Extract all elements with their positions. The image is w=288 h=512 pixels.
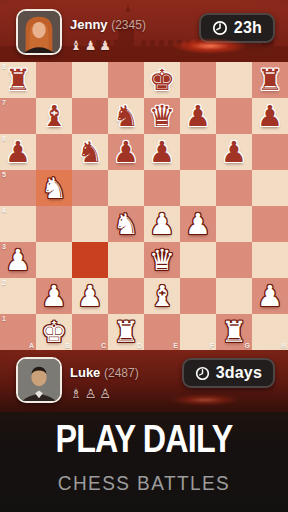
square-e5[interactable] [144, 170, 180, 206]
chess-board: 8♜♚♜7♝♞♛♟♟6♟♞♟♟♟5♞4♞♟♟3♟♛2♟♟♝♟1AB♚CD♜EFG… [0, 62, 288, 350]
bottom-captured-pieces: ♗♙♙ [70, 387, 114, 400]
piece-black-pawn: ♟ [144, 134, 180, 170]
square-a3[interactable]: 3♟ [0, 242, 36, 278]
lens-flare [170, 394, 240, 406]
rank-label-7: 7 [2, 99, 6, 106]
player-name: Jenny [70, 17, 108, 32]
bottom-clock-time: 3days [216, 364, 262, 382]
banner-title: PLAY DAILY [22, 420, 267, 458]
piece-white-king: ♚ [36, 314, 72, 350]
piece-black-pawn: ♟ [0, 134, 36, 170]
top-clock-pill: 23h [199, 13, 275, 43]
piece-black-pawn: ♟ [180, 98, 216, 134]
square-a7[interactable]: 7 [0, 98, 36, 134]
square-e2[interactable]: ♝ [144, 278, 180, 314]
bottom-player-avatar[interactable] [16, 357, 62, 403]
captured-bishop-icon: ♝ [70, 38, 85, 53]
square-g8[interactable] [216, 62, 252, 98]
square-h3[interactable] [252, 242, 288, 278]
captured-bishop-icon: ♗ [70, 386, 85, 401]
bottom-player-name: Luke (2487) [70, 365, 139, 380]
square-e6[interactable]: ♟ [144, 134, 180, 170]
player-name: Luke [70, 365, 100, 380]
file-label-A: A [29, 342, 34, 349]
square-e7[interactable]: ♛ [144, 98, 180, 134]
square-f4[interactable]: ♟ [180, 206, 216, 242]
piece-black-king: ♚ [144, 62, 180, 98]
square-b3[interactable] [36, 242, 72, 278]
piece-black-bishop: ♝ [36, 98, 72, 134]
captured-pawn-icon: ♙ [99, 386, 114, 401]
square-h8[interactable]: ♜ [252, 62, 288, 98]
rank-label-5: 5 [2, 171, 6, 178]
square-a4[interactable]: 4 [0, 206, 36, 242]
piece-black-pawn: ♟ [108, 134, 144, 170]
piece-white-knight: ♞ [36, 170, 72, 206]
square-b4[interactable] [36, 206, 72, 242]
square-h2[interactable]: ♟ [252, 278, 288, 314]
piece-white-bishop: ♝ [144, 278, 180, 314]
piece-white-pawn: ♟ [72, 278, 108, 314]
piece-white-queen: ♛ [144, 242, 180, 278]
square-d6[interactable]: ♟ [108, 134, 144, 170]
square-f2[interactable] [180, 278, 216, 314]
clock-icon [195, 366, 210, 381]
piece-black-rook: ♜ [0, 62, 36, 98]
square-h5[interactable] [252, 170, 288, 206]
square-c3[interactable] [72, 242, 108, 278]
piece-black-queen: ♛ [144, 98, 180, 134]
piece-white-pawn: ♟ [0, 242, 36, 278]
avatar-photo-jenny [18, 11, 60, 53]
square-h6[interactable] [252, 134, 288, 170]
banner-subtitle: CHESS BATTLES [7, 473, 281, 493]
square-g5[interactable] [216, 170, 252, 206]
square-g4[interactable] [216, 206, 252, 242]
square-f3[interactable] [180, 242, 216, 278]
square-c8[interactable] [72, 62, 108, 98]
piece-white-pawn: ♟ [252, 278, 288, 314]
avatar-photo-luke [18, 359, 60, 401]
square-b1[interactable]: B♚ [36, 314, 72, 350]
file-label-C: C [101, 342, 106, 349]
file-label-F: F [210, 342, 214, 349]
square-g2[interactable] [216, 278, 252, 314]
file-label-H: H [281, 342, 286, 349]
top-player-name: Jenny (2345) [70, 17, 146, 32]
square-b5[interactable]: ♞ [36, 170, 72, 206]
square-h1[interactable]: H [252, 314, 288, 350]
rank-label-2: 2 [2, 279, 6, 286]
square-f8[interactable] [180, 62, 216, 98]
square-c7[interactable] [72, 98, 108, 134]
square-a8[interactable]: 8♜ [0, 62, 36, 98]
square-e3[interactable]: ♛ [144, 242, 180, 278]
square-f6[interactable] [180, 134, 216, 170]
rank-label-1: 1 [2, 315, 6, 322]
square-h4[interactable] [252, 206, 288, 242]
piece-white-rook: ♜ [108, 314, 144, 350]
square-b6[interactable] [36, 134, 72, 170]
square-a5[interactable]: 5 [0, 170, 36, 206]
square-g3[interactable] [216, 242, 252, 278]
square-f7[interactable]: ♟ [180, 98, 216, 134]
square-b2[interactable]: ♟ [36, 278, 72, 314]
square-c4[interactable] [72, 206, 108, 242]
piece-black-pawn: ♟ [216, 134, 252, 170]
piece-white-rook: ♜ [216, 314, 252, 350]
rank-label-4: 4 [2, 207, 6, 214]
captured-pawn-icon: ♟ [99, 38, 114, 53]
square-d7[interactable]: ♞ [108, 98, 144, 134]
app-screenshot: Jenny (2345) ♝♟♟ 23h 8♜♚♜7♝♞♛♟♟6♟♞♟♟♟5♞4… [0, 0, 288, 512]
square-c1[interactable]: C [72, 314, 108, 350]
square-d4[interactable]: ♞ [108, 206, 144, 242]
piece-white-pawn: ♟ [180, 206, 216, 242]
square-d5[interactable] [108, 170, 144, 206]
square-d2[interactable] [108, 278, 144, 314]
top-captured-pieces: ♝♟♟ [70, 39, 114, 52]
square-a1[interactable]: 1A [0, 314, 36, 350]
square-g6[interactable]: ♟ [216, 134, 252, 170]
square-g1[interactable]: G♜ [216, 314, 252, 350]
piece-white-knight: ♞ [108, 206, 144, 242]
square-c6[interactable]: ♞ [72, 134, 108, 170]
square-e8[interactable]: ♚ [144, 62, 180, 98]
square-e4[interactable]: ♟ [144, 206, 180, 242]
square-d8[interactable] [108, 62, 144, 98]
square-b7[interactable]: ♝ [36, 98, 72, 134]
square-a6[interactable]: 6♟ [0, 134, 36, 170]
square-g7[interactable] [216, 98, 252, 134]
top-player-bar: Jenny (2345) ♝♟♟ 23h [0, 0, 288, 62]
square-c5[interactable] [72, 170, 108, 206]
piece-black-pawn: ♟ [252, 98, 288, 134]
bottom-player-bar: Luke (2487) ♗♙♙ 3days [0, 350, 288, 412]
square-d1[interactable]: D♜ [108, 314, 144, 350]
square-f5[interactable] [180, 170, 216, 206]
piece-black-knight: ♞ [72, 134, 108, 170]
top-player-avatar[interactable] [16, 9, 62, 55]
top-clock-time: 23h [234, 19, 262, 37]
captured-pawn-icon: ♟ [85, 38, 100, 53]
square-b8[interactable] [36, 62, 72, 98]
square-d3[interactable] [108, 242, 144, 278]
square-c2[interactable]: ♟ [72, 278, 108, 314]
clock-icon [212, 20, 228, 36]
piece-black-knight: ♞ [108, 98, 144, 134]
square-h7[interactable]: ♟ [252, 98, 288, 134]
player-rating: (2487) [104, 366, 139, 380]
player-rating: (2345) [111, 18, 146, 32]
square-f1[interactable]: F [180, 314, 216, 350]
square-e1[interactable]: E [144, 314, 180, 350]
piece-white-pawn: ♟ [144, 206, 180, 242]
piece-black-rook: ♜ [252, 62, 288, 98]
file-label-E: E [173, 342, 178, 349]
promo-banner: PLAY DAILY CHESS BATTLES [0, 412, 288, 512]
square-a2[interactable]: 2 [0, 278, 36, 314]
piece-white-pawn: ♟ [36, 278, 72, 314]
bottom-clock-pill: 3days [182, 358, 275, 388]
captured-pawn-icon: ♙ [85, 386, 100, 401]
